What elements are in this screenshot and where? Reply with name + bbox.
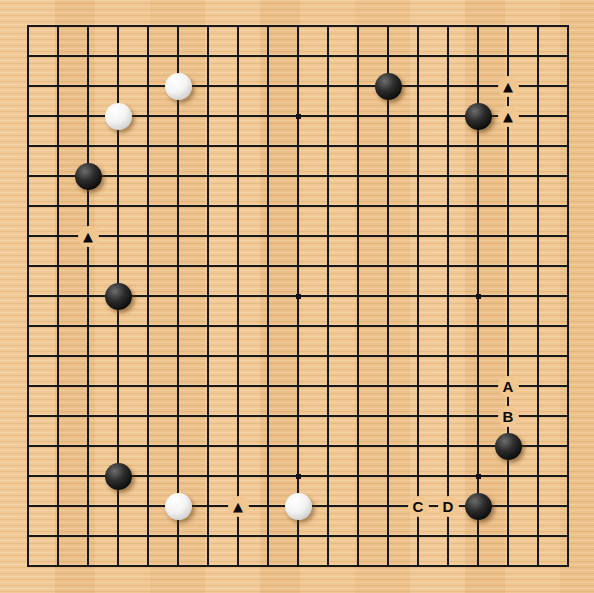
board-point[interactable] [403,461,433,491]
board-point[interactable] [103,371,133,401]
board-point[interactable] [553,431,583,461]
board-point[interactable] [223,551,253,581]
board-point[interactable] [553,341,583,371]
board-point[interactable] [193,491,223,521]
board-point[interactable] [13,371,43,401]
board-point[interactable] [373,521,403,551]
board-point[interactable] [343,41,373,71]
board-point[interactable] [223,311,253,341]
board-point[interactable] [523,41,553,71]
board-point[interactable] [403,41,433,71]
board-point[interactable] [133,251,163,281]
board-point[interactable] [373,431,403,461]
board-point[interactable] [463,221,493,251]
board-point[interactable] [73,161,103,191]
board-point[interactable] [223,401,253,431]
board-point[interactable] [133,221,163,251]
board-point[interactable] [523,101,553,131]
board-point[interactable] [373,131,403,161]
board-point[interactable] [403,551,433,581]
board-point[interactable] [433,11,463,41]
board-point[interactable] [373,221,403,251]
board-point[interactable]: ▲ [493,101,523,131]
board-point[interactable] [163,41,193,71]
board-point[interactable] [163,461,193,491]
board-point[interactable] [343,341,373,371]
board-point[interactable] [373,71,403,101]
board-point[interactable] [523,161,553,191]
board-point[interactable] [253,221,283,251]
board-point[interactable] [43,521,73,551]
board-point[interactable] [103,551,133,581]
board-point[interactable] [553,101,583,131]
board-point[interactable] [553,221,583,251]
board-point[interactable] [103,461,133,491]
board-point[interactable] [13,71,43,101]
board-point[interactable] [73,371,103,401]
board-point[interactable] [283,71,313,101]
board-point[interactable] [103,101,133,131]
board-point[interactable] [433,131,463,161]
board-point[interactable] [463,281,493,311]
board-point[interactable] [403,521,433,551]
board-point[interactable] [253,161,283,191]
board-point[interactable] [493,491,523,521]
board-point[interactable] [193,401,223,431]
board-point[interactable] [223,341,253,371]
board-point[interactable] [193,221,223,251]
board-point[interactable] [73,491,103,521]
board-point[interactable] [193,371,223,401]
board-point[interactable] [373,161,403,191]
board-point[interactable] [463,551,493,581]
board-point[interactable] [253,431,283,461]
board-point[interactable] [193,521,223,551]
board-point[interactable] [373,311,403,341]
board-point[interactable] [283,371,313,401]
board-point[interactable] [553,281,583,311]
board-point[interactable] [343,71,373,101]
board-point[interactable] [553,71,583,101]
board-point[interactable] [553,41,583,71]
board-point[interactable] [433,461,463,491]
board-point[interactable] [163,371,193,401]
board-point[interactable] [283,341,313,371]
board-point[interactable] [133,341,163,371]
board-point[interactable] [223,371,253,401]
board-point[interactable] [43,281,73,311]
board-point[interactable] [223,71,253,101]
board-point[interactable] [523,221,553,251]
board-point[interactable] [193,431,223,461]
board-point[interactable] [343,551,373,581]
board-point[interactable] [403,341,433,371]
board-point[interactable] [343,281,373,311]
board-point[interactable] [223,281,253,311]
board-point[interactable]: ▲ [493,71,523,101]
board-point[interactable] [223,11,253,41]
board-point[interactable] [13,251,43,281]
board-point[interactable] [403,401,433,431]
board-point[interactable] [313,431,343,461]
board-point[interactable] [73,461,103,491]
board-point[interactable] [343,521,373,551]
board-point[interactable] [73,521,103,551]
board-point[interactable] [463,11,493,41]
board-point[interactable] [283,491,313,521]
board-point[interactable] [253,71,283,101]
board-point[interactable] [523,71,553,101]
board-point[interactable] [103,221,133,251]
board-point[interactable] [283,41,313,71]
board-point[interactable] [163,251,193,281]
board-point[interactable] [223,431,253,461]
board-point[interactable] [463,71,493,101]
board-point[interactable] [133,101,163,131]
board-point[interactable] [43,431,73,461]
board-point[interactable] [103,41,133,71]
board-point[interactable] [133,41,163,71]
board-point[interactable] [313,101,343,131]
board-point[interactable] [13,281,43,311]
board-point[interactable] [133,401,163,431]
board-point[interactable] [103,431,133,461]
board-point[interactable] [103,131,133,161]
board-point[interactable] [433,521,463,551]
board-point[interactable] [223,251,253,281]
board-point[interactable] [373,461,403,491]
board-point[interactable] [523,551,553,581]
board-point[interactable] [253,101,283,131]
board-point[interactable] [73,431,103,461]
board-point[interactable] [313,161,343,191]
board-point[interactable] [493,431,523,461]
board-point[interactable] [433,371,463,401]
board-point[interactable] [403,11,433,41]
board-point[interactable] [373,371,403,401]
board-point[interactable] [283,11,313,41]
board-point[interactable] [223,221,253,251]
board-point[interactable] [163,311,193,341]
board-point[interactable] [223,161,253,191]
board-point[interactable] [343,251,373,281]
board-point[interactable] [343,161,373,191]
board-point[interactable] [43,221,73,251]
board-point[interactable] [343,311,373,341]
board-point[interactable] [313,191,343,221]
board-point[interactable] [523,401,553,431]
board-point[interactable] [313,401,343,431]
board-point[interactable] [463,461,493,491]
board-point[interactable] [13,131,43,161]
board-point[interactable] [343,11,373,41]
board-point[interactable] [253,371,283,401]
board-point[interactable] [133,461,163,491]
board-point[interactable] [43,401,73,431]
board-point[interactable] [343,401,373,431]
board-point[interactable] [103,281,133,311]
board-point[interactable] [403,311,433,341]
board-point[interactable]: C [403,491,433,521]
board-point[interactable] [433,281,463,311]
board-point[interactable] [223,131,253,161]
board-point[interactable] [163,161,193,191]
board-point[interactable] [463,191,493,221]
board-point[interactable] [433,191,463,221]
board-point[interactable] [253,311,283,341]
board-point[interactable] [493,11,523,41]
board-point[interactable] [433,41,463,71]
board-point[interactable] [313,11,343,41]
board-point[interactable] [103,311,133,341]
board-point[interactable] [103,521,133,551]
board-point[interactable] [133,131,163,161]
board-point[interactable] [493,131,523,161]
board-point[interactable] [463,521,493,551]
board-point[interactable] [343,221,373,251]
board-point[interactable] [73,191,103,221]
board-point[interactable] [133,521,163,551]
board-point[interactable] [283,251,313,281]
board-point[interactable] [133,161,163,191]
board-point[interactable] [433,251,463,281]
board-point[interactable] [73,11,103,41]
board-point[interactable] [13,461,43,491]
board-point[interactable] [223,41,253,71]
board-point[interactable] [403,131,433,161]
board-point[interactable] [373,41,403,71]
board-point[interactable] [403,161,433,191]
board-point[interactable] [463,491,493,521]
board-point[interactable] [403,281,433,311]
board-point[interactable] [193,311,223,341]
board-point[interactable] [193,131,223,161]
board-point[interactable] [463,131,493,161]
board-point[interactable] [553,11,583,41]
board-point[interactable] [13,401,43,431]
board-point[interactable] [523,281,553,311]
board-point[interactable]: B [493,401,523,431]
board-point[interactable] [103,191,133,221]
board-point[interactable] [253,551,283,581]
board-point[interactable] [73,311,103,341]
board-point[interactable] [73,131,103,161]
board-point[interactable] [163,281,193,311]
board-point[interactable] [493,311,523,341]
board-point[interactable] [463,251,493,281]
board-point[interactable] [313,221,343,251]
board-point[interactable] [133,491,163,521]
board-point[interactable] [493,521,523,551]
board-point[interactable] [73,341,103,371]
board-point[interactable] [43,191,73,221]
board-point[interactable] [523,311,553,341]
board-point[interactable] [43,251,73,281]
board-point[interactable] [433,341,463,371]
board-point[interactable] [163,551,193,581]
board-point[interactable] [553,551,583,581]
board-point[interactable] [43,371,73,401]
board-point[interactable] [253,131,283,161]
board-point[interactable] [523,371,553,401]
board-point[interactable] [283,101,313,131]
board-point[interactable] [523,131,553,161]
board-point[interactable]: ▲ [223,491,253,521]
board-point[interactable] [313,41,343,71]
board-point[interactable] [103,341,133,371]
board-point[interactable] [343,191,373,221]
board-point[interactable] [43,161,73,191]
board-point[interactable] [403,71,433,101]
board-point[interactable] [103,11,133,41]
board-point[interactable] [163,191,193,221]
board-point[interactable] [433,101,463,131]
board-point[interactable] [163,521,193,551]
board-point[interactable] [163,221,193,251]
board-point[interactable] [133,71,163,101]
board-point[interactable] [403,221,433,251]
board-point[interactable] [523,11,553,41]
board-point[interactable] [343,101,373,131]
board-point[interactable] [463,341,493,371]
board-point[interactable] [283,551,313,581]
board-point[interactable] [523,491,553,521]
board-point[interactable]: D [433,491,463,521]
board-point[interactable] [553,371,583,401]
board-point[interactable] [493,221,523,251]
board-point[interactable] [343,431,373,461]
board-point[interactable] [343,491,373,521]
board-point[interactable] [13,221,43,251]
board-point[interactable] [463,311,493,341]
board-point[interactable]: ▲ [73,221,103,251]
board-point[interactable] [253,521,283,551]
board-point[interactable] [343,371,373,401]
board-point[interactable] [553,131,583,161]
board-point[interactable] [493,461,523,491]
board-point[interactable] [493,341,523,371]
board-point[interactable] [373,281,403,311]
board-point[interactable] [493,251,523,281]
board-point[interactable] [253,461,283,491]
board-point[interactable] [43,311,73,341]
board-point[interactable] [373,401,403,431]
board-point[interactable] [13,521,43,551]
board-point[interactable] [313,281,343,311]
board-point[interactable] [313,491,343,521]
board-point[interactable] [433,311,463,341]
board-point[interactable] [463,371,493,401]
board-point[interactable] [223,461,253,491]
board-point[interactable] [523,521,553,551]
board-point[interactable] [163,491,193,521]
board-point[interactable] [403,371,433,401]
board-point[interactable] [43,341,73,371]
board-point[interactable] [553,251,583,281]
board-point[interactable] [283,311,313,341]
board-point[interactable] [13,311,43,341]
board-point[interactable] [253,491,283,521]
board-point[interactable] [463,401,493,431]
board-point[interactable] [373,11,403,41]
board-point[interactable] [283,191,313,221]
board-point[interactable] [463,431,493,461]
board-point[interactable] [133,431,163,461]
board-point[interactable] [43,71,73,101]
board-point[interactable] [253,41,283,71]
board-point[interactable] [523,251,553,281]
board-point[interactable] [313,551,343,581]
board-point[interactable] [133,11,163,41]
board-point[interactable] [43,491,73,521]
board-point[interactable] [493,551,523,581]
board-point[interactable] [283,281,313,311]
board-point[interactable] [133,311,163,341]
board-point[interactable] [343,461,373,491]
board-point[interactable] [373,101,403,131]
board-point[interactable] [43,101,73,131]
board-point[interactable] [403,431,433,461]
board-point[interactable] [403,191,433,221]
board-point[interactable] [163,11,193,41]
board-point[interactable] [73,281,103,311]
board-point[interactable] [313,371,343,401]
board-point[interactable] [373,251,403,281]
board-point[interactable] [553,461,583,491]
board-point[interactable] [553,161,583,191]
board-point[interactable] [13,431,43,461]
board-point[interactable] [313,521,343,551]
board-point[interactable] [283,521,313,551]
board-point[interactable] [163,341,193,371]
board-point[interactable] [13,341,43,371]
board-point[interactable] [373,491,403,521]
board-point[interactable] [343,131,373,161]
board-point[interactable] [193,71,223,101]
board-point[interactable] [73,41,103,71]
board-point[interactable] [313,341,343,371]
board-point[interactable] [463,161,493,191]
board-point[interactable] [103,401,133,431]
board-point[interactable] [253,281,283,311]
board-point[interactable] [283,161,313,191]
board-point[interactable] [43,551,73,581]
board-point[interactable] [103,161,133,191]
board-point[interactable] [193,341,223,371]
board-point[interactable] [493,41,523,71]
board-point[interactable] [493,281,523,311]
board-point[interactable] [313,311,343,341]
board-point[interactable] [13,101,43,131]
board-point[interactable] [163,131,193,161]
board-point[interactable] [283,131,313,161]
board-point[interactable] [103,251,133,281]
board-point[interactable] [103,71,133,101]
board-point[interactable] [223,191,253,221]
board-point[interactable] [283,221,313,251]
board-point[interactable] [493,191,523,221]
board-point[interactable] [313,71,343,101]
board-point[interactable] [193,461,223,491]
board-point[interactable] [223,521,253,551]
board-point[interactable] [13,191,43,221]
board-point[interactable] [283,401,313,431]
board-point[interactable] [553,191,583,221]
board-point[interactable] [523,461,553,491]
board-point[interactable] [193,251,223,281]
board-point[interactable] [433,221,463,251]
board-point[interactable] [163,431,193,461]
